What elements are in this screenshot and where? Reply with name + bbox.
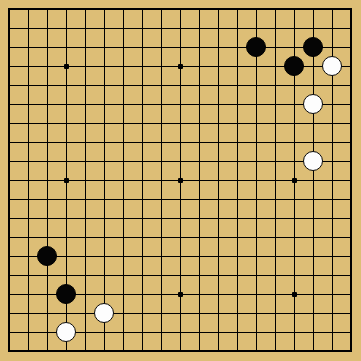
white-stone[interactable] xyxy=(303,151,323,171)
white-stone[interactable] xyxy=(303,94,323,114)
white-stone[interactable] xyxy=(56,322,76,342)
white-stone[interactable] xyxy=(94,303,114,323)
black-stone[interactable] xyxy=(56,284,76,304)
black-stone[interactable] xyxy=(246,37,266,57)
black-stone[interactable] xyxy=(303,37,323,57)
white-stone[interactable] xyxy=(322,56,342,76)
go-board[interactable] xyxy=(0,0,361,361)
black-stone[interactable] xyxy=(284,56,304,76)
black-stone[interactable] xyxy=(37,246,57,266)
stone-layer[interactable] xyxy=(0,0,361,361)
